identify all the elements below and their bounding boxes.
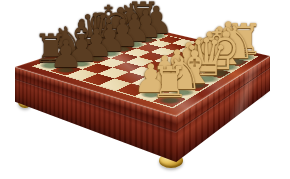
piece-white-rook-a1[interactable]: ♜ (151, 62, 189, 104)
chess-set-photo: ♜♞♝♛♚♝♞♜♟♟♟♟♟♟♟♟♟♟♟♟♟♟♟♟♜♞♝♛♚♝♞♜ (0, 0, 290, 179)
pieces-layer: ♜♞♝♛♚♝♞♜♟♟♟♟♟♟♟♟♟♟♟♟♟♟♟♟♜♞♝♛♚♝♞♜ (0, 0, 290, 179)
piece-black-pawn-a7[interactable]: ♟ (49, 36, 83, 73)
